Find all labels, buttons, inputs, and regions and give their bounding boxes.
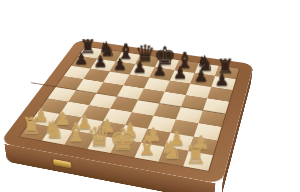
white-rook[interactable]: ♜ bbox=[180, 144, 212, 168]
product-photo: ♜♞♝♛♚♝♞♜♟♟♟♟♟♟♟♟♟♟♟♟♟♟♟♟♜♞♝♛♚♝♞♜ bbox=[0, 0, 300, 192]
square-h6[interactable] bbox=[207, 87, 232, 102]
square-h1[interactable]: ♜ bbox=[183, 151, 213, 171]
brass-clasp-icon bbox=[53, 159, 71, 168]
black-pawn[interactable]: ♟ bbox=[208, 71, 235, 88]
chess-board: ♜♞♝♛♚♝♞♜♟♟♟♟♟♟♟♟♟♟♟♟♟♟♟♟♜♞♝♛♚♝♞♜ bbox=[0, 39, 254, 184]
